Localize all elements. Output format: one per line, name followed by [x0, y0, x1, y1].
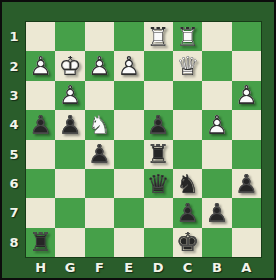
piece-white-rook[interactable]: ♜♖: [144, 22, 173, 51]
rank-label-2: 2: [2, 51, 26, 80]
piece-glyph-outline: ♙: [26, 51, 55, 80]
square-d1[interactable]: ♜♖: [144, 22, 173, 51]
piece-white-rook[interactable]: ♜♖: [173, 22, 202, 51]
square-b6[interactable]: [202, 169, 231, 198]
square-a6[interactable]: ♟♙: [232, 169, 261, 198]
square-c8[interactable]: ♚♔: [173, 228, 202, 257]
file-labels: HGFEDCBA: [26, 257, 261, 278]
rank-label-4: 4: [2, 110, 26, 139]
piece-black-pawn[interactable]: ♟♙: [85, 140, 114, 169]
square-f5[interactable]: ♟♙: [85, 140, 114, 169]
square-h3[interactable]: [26, 81, 55, 110]
square-a2[interactable]: [232, 51, 261, 80]
square-e8[interactable]: [114, 228, 143, 257]
piece-black-knight[interactable]: ♞♘: [173, 169, 202, 198]
square-a5[interactable]: [232, 140, 261, 169]
square-h5[interactable]: [26, 140, 55, 169]
piece-glyph-outline: ♙: [232, 81, 261, 110]
square-c4[interactable]: [173, 110, 202, 139]
square-a1[interactable]: [232, 22, 261, 51]
piece-white-pawn[interactable]: ♟♙: [26, 51, 55, 80]
piece-black-pawn[interactable]: ♟♙: [55, 110, 84, 139]
piece-white-king[interactable]: ♚♔: [55, 51, 84, 80]
square-d7[interactable]: [144, 198, 173, 227]
chess-diagram: 12345678 ♜♖♜♖♟♙♚♔♟♙♟♙♛♕♟♙♟♙♟♙♟♙♞♘♟♙♟♙♟♙♜…: [0, 0, 276, 280]
piece-glyph-outline: ♙: [26, 110, 55, 139]
rank-label-6: 6: [2, 169, 26, 198]
square-c3[interactable]: [173, 81, 202, 110]
square-a3[interactable]: ♟♙: [232, 81, 261, 110]
square-e6[interactable]: [114, 169, 143, 198]
square-c5[interactable]: [173, 140, 202, 169]
square-g3[interactable]: ♟♙: [55, 81, 84, 110]
square-d4[interactable]: ♟♙: [144, 110, 173, 139]
piece-black-pawn[interactable]: ♟♙: [173, 198, 202, 227]
piece-white-knight[interactable]: ♞♘: [85, 110, 114, 139]
piece-glyph-outline: ♕: [173, 51, 202, 80]
square-g1[interactable]: [55, 22, 84, 51]
piece-glyph-outline: ♘: [85, 110, 114, 139]
square-a4[interactable]: [232, 110, 261, 139]
square-g6[interactable]: [55, 169, 84, 198]
square-f6[interactable]: [85, 169, 114, 198]
piece-glyph-outline: ♙: [55, 81, 84, 110]
square-a7[interactable]: [232, 198, 261, 227]
piece-white-pawn[interactable]: ♟♙: [202, 110, 231, 139]
rank-label-5: 5: [2, 140, 26, 169]
rank-label-7: 7: [2, 198, 26, 227]
piece-glyph-outline: ♖: [173, 22, 202, 51]
square-d5[interactable]: ♜♖: [144, 140, 173, 169]
piece-black-pawn[interactable]: ♟♙: [26, 110, 55, 139]
square-d3[interactable]: [144, 81, 173, 110]
file-label-d: D: [144, 257, 173, 278]
piece-glyph-outline: ♙: [173, 198, 202, 227]
square-b3[interactable]: [202, 81, 231, 110]
square-d6[interactable]: ♛♕: [144, 169, 173, 198]
piece-glyph-outline: ♖: [26, 228, 55, 257]
piece-glyph-outline: ♙: [144, 110, 173, 139]
square-g7[interactable]: [55, 198, 84, 227]
square-f3[interactable]: [85, 81, 114, 110]
square-h4[interactable]: ♟♙: [26, 110, 55, 139]
file-label-g: G: [55, 257, 84, 278]
square-f4[interactable]: ♞♘: [85, 110, 114, 139]
chess-board: ♜♖♜♖♟♙♚♔♟♙♟♙♛♕♟♙♟♙♟♙♟♙♞♘♟♙♟♙♟♙♜♖♛♕♞♘♟♙♟♙…: [26, 22, 261, 257]
rank-label-1: 1: [2, 22, 26, 51]
rank-label-8: 8: [2, 228, 26, 257]
file-label-f: F: [85, 257, 114, 278]
square-f1[interactable]: [85, 22, 114, 51]
square-h6[interactable]: [26, 169, 55, 198]
square-d2[interactable]: [144, 51, 173, 80]
piece-white-pawn[interactable]: ♟♙: [55, 81, 84, 110]
piece-glyph-outline: ♘: [173, 169, 202, 198]
square-g2[interactable]: ♚♔: [55, 51, 84, 80]
square-e1[interactable]: [114, 22, 143, 51]
piece-white-queen[interactable]: ♛♕: [173, 51, 202, 80]
square-g4[interactable]: ♟♙: [55, 110, 84, 139]
piece-glyph-outline: ♙: [202, 110, 231, 139]
file-label-c: C: [173, 257, 202, 278]
square-d8[interactable]: [144, 228, 173, 257]
piece-glyph-outline: ♙: [202, 198, 231, 227]
square-c6[interactable]: ♞♘: [173, 169, 202, 198]
file-label-h: H: [26, 257, 55, 278]
piece-black-king[interactable]: ♚♔: [173, 228, 202, 257]
square-e7[interactable]: [114, 198, 143, 227]
file-label-e: E: [114, 257, 143, 278]
square-c1[interactable]: ♜♖: [173, 22, 202, 51]
piece-white-pawn[interactable]: ♟♙: [114, 51, 143, 80]
rank-label-3: 3: [2, 81, 26, 110]
file-label-a: A: [232, 257, 261, 278]
piece-black-rook[interactable]: ♜♖: [144, 140, 173, 169]
piece-black-queen[interactable]: ♛♕: [144, 169, 173, 198]
piece-black-pawn[interactable]: ♟♙: [202, 198, 231, 227]
square-c7[interactable]: ♟♙: [173, 198, 202, 227]
square-e5[interactable]: [114, 140, 143, 169]
square-b8[interactable]: [202, 228, 231, 257]
piece-glyph-outline: ♙: [85, 51, 114, 80]
piece-glyph-outline: ♙: [232, 169, 261, 198]
piece-black-rook[interactable]: ♜♖: [26, 228, 55, 257]
square-f8[interactable]: [85, 228, 114, 257]
piece-glyph-outline: ♔: [55, 51, 84, 80]
piece-white-pawn[interactable]: ♟♙: [232, 81, 261, 110]
square-h1[interactable]: [26, 22, 55, 51]
square-b5[interactable]: [202, 140, 231, 169]
square-b2[interactable]: [202, 51, 231, 80]
square-c2[interactable]: ♛♕: [173, 51, 202, 80]
piece-glyph-outline: ♙: [55, 110, 84, 139]
rank-labels: 12345678: [2, 22, 26, 257]
piece-glyph-outline: ♙: [114, 51, 143, 80]
piece-glyph-outline: ♖: [144, 22, 173, 51]
square-g8[interactable]: [55, 228, 84, 257]
square-b7[interactable]: ♟♙: [202, 198, 231, 227]
square-e3[interactable]: [114, 81, 143, 110]
piece-black-pawn[interactable]: ♟♙: [232, 169, 261, 198]
square-h8[interactable]: ♜♖: [26, 228, 55, 257]
piece-black-pawn[interactable]: ♟♙: [144, 110, 173, 139]
square-f2[interactable]: ♟♙: [85, 51, 114, 80]
piece-white-pawn[interactable]: ♟♙: [85, 51, 114, 80]
square-e4[interactable]: [114, 110, 143, 139]
square-a8[interactable]: [232, 228, 261, 257]
piece-glyph-outline: ♔: [173, 228, 202, 257]
piece-glyph-outline: ♖: [144, 140, 173, 169]
square-f7[interactable]: [85, 198, 114, 227]
square-b4[interactable]: ♟♙: [202, 110, 231, 139]
square-g5[interactable]: [55, 140, 84, 169]
file-label-b: B: [202, 257, 231, 278]
piece-glyph-outline: ♙: [85, 140, 114, 169]
square-h2[interactable]: ♟♙: [26, 51, 55, 80]
square-h7[interactable]: [26, 198, 55, 227]
piece-glyph-outline: ♕: [144, 169, 173, 198]
square-e2[interactable]: ♟♙: [114, 51, 143, 80]
square-b1[interactable]: [202, 22, 231, 51]
